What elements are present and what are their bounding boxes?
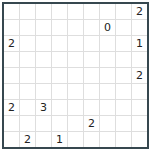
cell-r0c6[interactable] [100,4,115,19]
cell-r7c4[interactable] [68,116,83,131]
cell-r5c7[interactable] [116,84,131,99]
cell-r2c3[interactable] [52,36,67,51]
cell-r1c0[interactable] [4,20,19,35]
cell-r4c8-clue[interactable]: 2 [132,68,147,83]
cell-r7c1[interactable] [20,116,35,131]
cell-r3c3[interactable] [52,52,67,67]
cell-r4c1[interactable] [20,68,35,83]
cell-r8c8[interactable] [132,132,147,147]
cell-r1c2[interactable] [36,20,51,35]
cell-r0c8-clue[interactable]: 2 [132,4,147,19]
cell-r1c8[interactable] [132,20,147,35]
cell-r5c1[interactable] [20,84,35,99]
cell-r5c2[interactable] [36,84,51,99]
cell-r1c4[interactable] [68,20,83,35]
cell-r2c4[interactable] [68,36,83,51]
cell-r4c4[interactable] [68,68,83,83]
cell-r7c6[interactable] [100,116,115,131]
cell-r7c0[interactable] [4,116,19,131]
cell-r8c3-clue[interactable]: 1 [52,132,67,147]
cell-r0c5[interactable] [84,4,99,19]
cell-r0c3[interactable] [52,4,67,19]
cell-r7c5-clue[interactable]: 2 [84,116,99,131]
cell-r8c5[interactable] [84,132,99,147]
cell-r3c2[interactable] [36,52,51,67]
cell-r6c8[interactable] [132,100,147,115]
cell-r2c0-clue[interactable]: 2 [4,36,19,51]
cell-r6c3[interactable] [52,100,67,115]
cell-r2c2[interactable] [36,36,51,51]
cell-r0c0[interactable] [4,4,19,19]
cell-r3c1[interactable] [20,52,35,67]
cell-r6c7[interactable] [116,100,131,115]
cell-r1c1[interactable] [20,20,35,35]
puzzle-board: 2021223221 [2,2,149,149]
puzzle-page: 2021223221 [0,0,150,150]
cell-r6c6[interactable] [100,100,115,115]
cell-r6c4[interactable] [68,100,83,115]
cell-r5c0[interactable] [4,84,19,99]
cell-r7c7[interactable] [116,116,131,131]
cell-r2c1[interactable] [20,36,35,51]
cell-r5c8[interactable] [132,84,147,99]
cell-r3c5[interactable] [84,52,99,67]
cell-r0c4[interactable] [68,4,83,19]
cell-r1c3[interactable] [52,20,67,35]
cell-r7c2[interactable] [36,116,51,131]
cell-r5c5[interactable] [84,84,99,99]
cell-r1c6-clue[interactable]: 0 [100,20,115,35]
cell-r7c3[interactable] [52,116,67,131]
cell-r6c1[interactable] [20,100,35,115]
cell-r8c6[interactable] [100,132,115,147]
cell-r4c5[interactable] [84,68,99,83]
cell-r0c1[interactable] [20,4,35,19]
cell-r3c7[interactable] [116,52,131,67]
cell-r4c6[interactable] [100,68,115,83]
cell-r4c7[interactable] [116,68,131,83]
cell-r5c6[interactable] [100,84,115,99]
cell-r8c4[interactable] [68,132,83,147]
cell-r3c0[interactable] [4,52,19,67]
cell-r2c6[interactable] [100,36,115,51]
cell-r0c7[interactable] [116,4,131,19]
cell-r8c7[interactable] [116,132,131,147]
cell-r4c2[interactable] [36,68,51,83]
cell-r6c0-clue[interactable]: 2 [4,100,19,115]
cell-r3c6[interactable] [100,52,115,67]
cell-r1c7[interactable] [116,20,131,35]
cell-r6c5[interactable] [84,100,99,115]
cell-r8c0[interactable] [4,132,19,147]
cell-r7c8[interactable] [132,116,147,131]
cell-r8c2[interactable] [36,132,51,147]
cell-r8c1-clue[interactable]: 2 [20,132,35,147]
cell-r6c2-clue[interactable]: 3 [36,100,51,115]
cell-r4c3[interactable] [52,68,67,83]
cell-r2c5[interactable] [84,36,99,51]
cell-r2c8-clue[interactable]: 1 [132,36,147,51]
cell-r3c8[interactable] [132,52,147,67]
cell-r3c4[interactable] [68,52,83,67]
cell-r5c3[interactable] [52,84,67,99]
cell-r0c2[interactable] [36,4,51,19]
cell-r5c4[interactable] [68,84,83,99]
cell-r4c0[interactable] [4,68,19,83]
cell-r2c7[interactable] [116,36,131,51]
cell-r1c5[interactable] [84,20,99,35]
